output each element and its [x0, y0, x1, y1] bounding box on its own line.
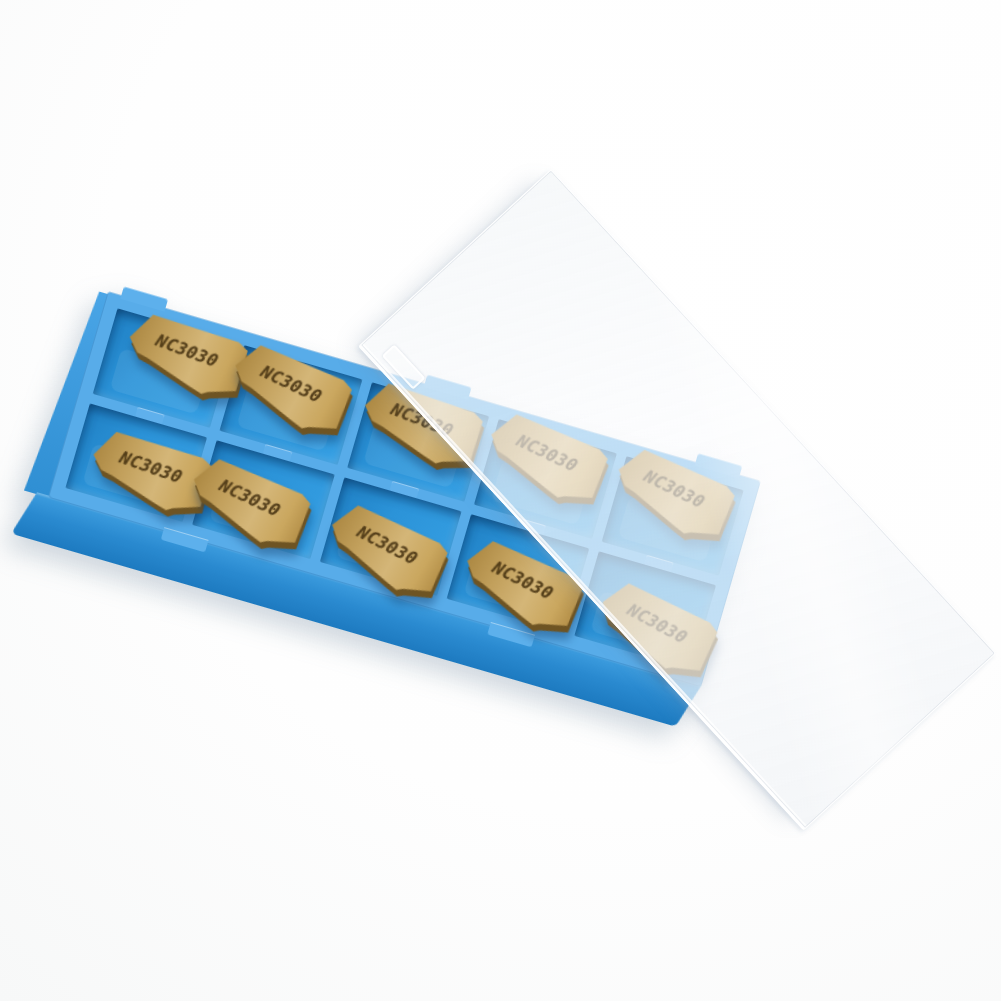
insert-grade-label: NC3030	[192, 464, 309, 532]
insert-grade-label: NC3030	[128, 321, 247, 380]
compartment-r1c1: NC3030	[193, 440, 335, 559]
insert-grade-label: NC3030	[234, 350, 351, 418]
rim-latch-tab	[120, 286, 168, 311]
compartment-r1c2: NC3030	[320, 477, 462, 596]
product-photo-scene: NC3030NC3030NC3030NC3030NC3030NC3030NC30…	[0, 0, 1001, 1001]
carbide-insert-r0c1: NC3030	[224, 340, 357, 440]
insert-grade-label: NC3030	[330, 509, 445, 580]
